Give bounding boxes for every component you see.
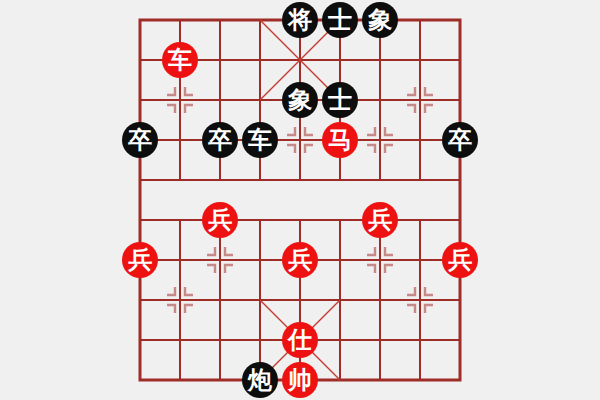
black-elephant-piece[interactable]: 象 [362, 2, 398, 38]
red-horse-piece[interactable]: 马 [322, 122, 358, 158]
red-advisor-piece[interactable]: 仕 [282, 322, 318, 358]
red-soldier-piece[interactable]: 兵 [202, 202, 238, 238]
red-chariot-piece[interactable]: 车 [162, 42, 198, 78]
black-general-piece[interactable]: 将 [282, 2, 318, 38]
red-soldier-piece[interactable]: 兵 [122, 242, 158, 278]
red-soldier-piece[interactable]: 兵 [442, 242, 478, 278]
xiangqi-board[interactable]: 将士象车象士卒卒车马卒兵兵兵兵兵仕炮帅 [0, 0, 600, 400]
black-soldier-piece[interactable]: 卒 [202, 122, 238, 158]
black-soldier-piece[interactable]: 卒 [122, 122, 158, 158]
black-soldier-piece[interactable]: 卒 [442, 122, 478, 158]
red-soldier-piece[interactable]: 兵 [362, 202, 398, 238]
black-elephant-piece[interactable]: 象 [282, 82, 318, 118]
black-cannon-piece[interactable]: 炮 [242, 362, 278, 398]
black-advisor-piece[interactable]: 士 [322, 2, 358, 38]
xiangqi-app: 将士象车象士卒卒车马卒兵兵兵兵兵仕炮帅 [0, 0, 600, 400]
black-chariot-piece[interactable]: 车 [242, 122, 278, 158]
black-advisor-piece[interactable]: 士 [322, 82, 358, 118]
red-soldier-piece[interactable]: 兵 [282, 242, 318, 278]
red-general-piece[interactable]: 帅 [282, 362, 318, 398]
